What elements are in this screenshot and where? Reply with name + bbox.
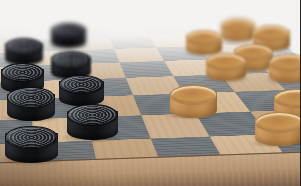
dark-piece-top <box>67 104 118 126</box>
dark-piece-top <box>7 87 55 108</box>
light-piece-top <box>170 85 217 105</box>
dark-piece-top <box>1 63 44 82</box>
light-piece-top <box>255 112 301 133</box>
dark-piece-top <box>51 51 91 69</box>
light-piece-top <box>253 25 290 42</box>
dark-piece-top <box>5 38 43 55</box>
dark-piece <box>67 104 118 140</box>
light-piece <box>206 53 246 81</box>
light-piece <box>269 54 301 83</box>
light-piece <box>221 18 255 42</box>
light-piece <box>170 85 217 118</box>
dark-piece <box>7 87 55 121</box>
dark-piece-top <box>51 23 86 39</box>
light-piece <box>255 112 301 146</box>
checkers-photo-scene <box>0 0 300 186</box>
dark-piece-top <box>59 75 104 94</box>
dark-piece <box>5 126 58 163</box>
dark-piece-top <box>5 126 58 149</box>
dark-piece <box>5 38 43 65</box>
dark-piece <box>51 23 86 48</box>
light-piece-top <box>186 30 222 46</box>
dark-piece <box>59 75 104 106</box>
light-piece-top <box>206 53 246 71</box>
light-piece <box>186 30 222 55</box>
